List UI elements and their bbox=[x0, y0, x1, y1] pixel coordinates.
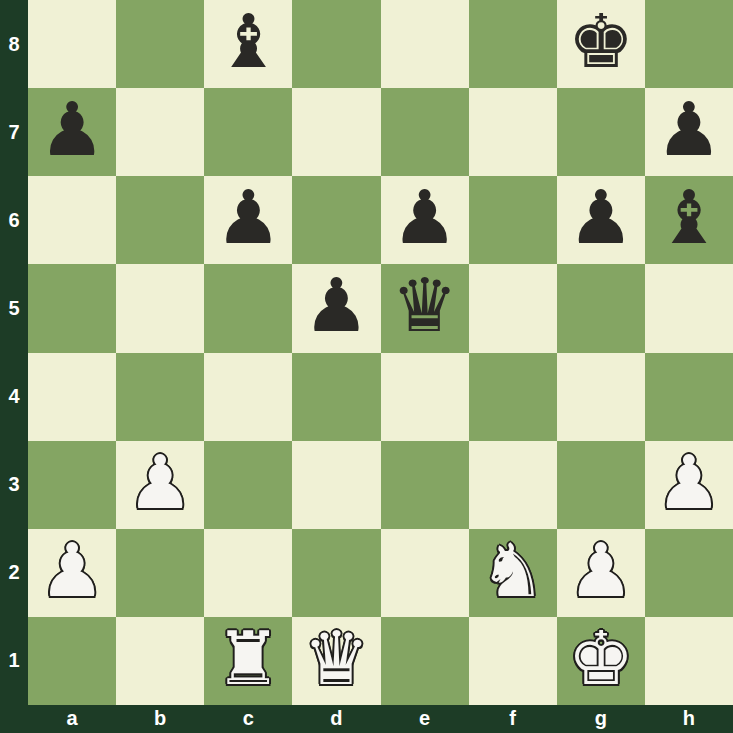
file-labels: abcdefgh bbox=[28, 705, 733, 733]
square-g8[interactable]: ♚ bbox=[557, 0, 645, 88]
square-h1[interactable] bbox=[645, 617, 733, 705]
piece-black-bishop[interactable]: ♝ bbox=[656, 180, 722, 254]
square-d8[interactable] bbox=[292, 0, 380, 88]
rank-label-3: 3 bbox=[0, 441, 28, 529]
piece-black-pawn[interactable]: ♟ bbox=[39, 92, 105, 166]
square-f6[interactable] bbox=[469, 176, 557, 264]
rank-label-8: 8 bbox=[0, 0, 28, 88]
square-a6[interactable] bbox=[28, 176, 116, 264]
square-h4[interactable] bbox=[645, 353, 733, 441]
piece-black-pawn[interactable]: ♟ bbox=[303, 268, 369, 342]
square-c7[interactable] bbox=[204, 88, 292, 176]
square-f5[interactable] bbox=[469, 264, 557, 352]
square-c3[interactable] bbox=[204, 441, 292, 529]
square-c4[interactable] bbox=[204, 353, 292, 441]
square-h2[interactable] bbox=[645, 529, 733, 617]
square-d6[interactable] bbox=[292, 176, 380, 264]
rank-label-7: 7 bbox=[0, 88, 28, 176]
square-b8[interactable] bbox=[116, 0, 204, 88]
square-e5[interactable]: ♛ bbox=[381, 264, 469, 352]
rank-label-4: 4 bbox=[0, 353, 28, 441]
chess-board-frame: 87654321 ♝♚♟♟♟♟♟♝♟♛♟♟♟♞♟♜♛♚ abcdefgh bbox=[0, 0, 733, 733]
piece-black-pawn[interactable]: ♟ bbox=[215, 180, 281, 254]
square-h7[interactable]: ♟ bbox=[645, 88, 733, 176]
square-e3[interactable] bbox=[381, 441, 469, 529]
square-a3[interactable] bbox=[28, 441, 116, 529]
square-b7[interactable] bbox=[116, 88, 204, 176]
square-c2[interactable] bbox=[204, 529, 292, 617]
piece-white-knight[interactable]: ♞ bbox=[480, 533, 546, 607]
square-c8[interactable]: ♝ bbox=[204, 0, 292, 88]
square-f7[interactable] bbox=[469, 88, 557, 176]
square-d7[interactable] bbox=[292, 88, 380, 176]
piece-white-queen[interactable]: ♛ bbox=[303, 621, 369, 695]
square-g1[interactable]: ♚ bbox=[557, 617, 645, 705]
square-c6[interactable]: ♟ bbox=[204, 176, 292, 264]
square-h8[interactable] bbox=[645, 0, 733, 88]
piece-white-pawn[interactable]: ♟ bbox=[127, 445, 193, 519]
square-g3[interactable] bbox=[557, 441, 645, 529]
rank-label-6: 6 bbox=[0, 176, 28, 264]
square-g6[interactable]: ♟ bbox=[557, 176, 645, 264]
rank-labels: 87654321 bbox=[0, 0, 28, 705]
square-e4[interactable] bbox=[381, 353, 469, 441]
square-e7[interactable] bbox=[381, 88, 469, 176]
square-a1[interactable] bbox=[28, 617, 116, 705]
file-label-d: d bbox=[292, 705, 380, 733]
piece-white-pawn[interactable]: ♟ bbox=[39, 533, 105, 607]
square-e8[interactable] bbox=[381, 0, 469, 88]
piece-white-king[interactable]: ♚ bbox=[568, 621, 634, 695]
square-b6[interactable] bbox=[116, 176, 204, 264]
square-b2[interactable] bbox=[116, 529, 204, 617]
file-label-b: b bbox=[116, 705, 204, 733]
piece-white-rook[interactable]: ♜ bbox=[215, 621, 281, 695]
file-label-f: f bbox=[469, 705, 557, 733]
square-f4[interactable] bbox=[469, 353, 557, 441]
square-e1[interactable] bbox=[381, 617, 469, 705]
piece-black-queen[interactable]: ♛ bbox=[391, 268, 457, 342]
square-g5[interactable] bbox=[557, 264, 645, 352]
square-b5[interactable] bbox=[116, 264, 204, 352]
file-label-c: c bbox=[204, 705, 292, 733]
square-b1[interactable] bbox=[116, 617, 204, 705]
piece-black-pawn[interactable]: ♟ bbox=[391, 180, 457, 254]
square-e2[interactable] bbox=[381, 529, 469, 617]
piece-black-pawn[interactable]: ♟ bbox=[568, 180, 634, 254]
square-a2[interactable]: ♟ bbox=[28, 529, 116, 617]
square-f1[interactable] bbox=[469, 617, 557, 705]
square-h6[interactable]: ♝ bbox=[645, 176, 733, 264]
square-f3[interactable] bbox=[469, 441, 557, 529]
file-label-g: g bbox=[557, 705, 645, 733]
piece-white-pawn[interactable]: ♟ bbox=[568, 533, 634, 607]
square-d4[interactable] bbox=[292, 353, 380, 441]
square-h3[interactable]: ♟ bbox=[645, 441, 733, 529]
file-label-e: e bbox=[381, 705, 469, 733]
square-e6[interactable]: ♟ bbox=[381, 176, 469, 264]
rank-label-1: 1 bbox=[0, 617, 28, 705]
square-c1[interactable]: ♜ bbox=[204, 617, 292, 705]
rank-label-5: 5 bbox=[0, 264, 28, 352]
piece-black-bishop[interactable]: ♝ bbox=[215, 4, 281, 78]
square-d1[interactable]: ♛ bbox=[292, 617, 380, 705]
square-f2[interactable]: ♞ bbox=[469, 529, 557, 617]
square-d3[interactable] bbox=[292, 441, 380, 529]
square-d5[interactable]: ♟ bbox=[292, 264, 380, 352]
square-a5[interactable] bbox=[28, 264, 116, 352]
square-g2[interactable]: ♟ bbox=[557, 529, 645, 617]
file-label-a: a bbox=[28, 705, 116, 733]
square-a8[interactable] bbox=[28, 0, 116, 88]
piece-black-king[interactable]: ♚ bbox=[568, 4, 634, 78]
piece-white-pawn[interactable]: ♟ bbox=[656, 445, 722, 519]
square-f8[interactable] bbox=[469, 0, 557, 88]
square-d2[interactable] bbox=[292, 529, 380, 617]
file-label-h: h bbox=[645, 705, 733, 733]
square-b3[interactable]: ♟ bbox=[116, 441, 204, 529]
square-g4[interactable] bbox=[557, 353, 645, 441]
piece-black-pawn[interactable]: ♟ bbox=[656, 92, 722, 166]
square-h5[interactable] bbox=[645, 264, 733, 352]
square-c5[interactable] bbox=[204, 264, 292, 352]
square-a4[interactable] bbox=[28, 353, 116, 441]
square-b4[interactable] bbox=[116, 353, 204, 441]
square-g7[interactable] bbox=[557, 88, 645, 176]
square-a7[interactable]: ♟ bbox=[28, 88, 116, 176]
rank-label-2: 2 bbox=[0, 529, 28, 617]
chess-board[interactable]: ♝♚♟♟♟♟♟♝♟♛♟♟♟♞♟♜♛♚ bbox=[28, 0, 733, 705]
